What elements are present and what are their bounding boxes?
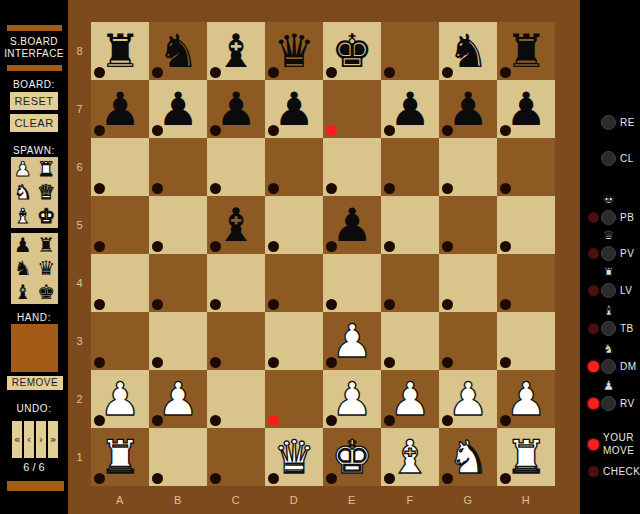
square-b5[interactable]: [149, 196, 207, 254]
indicator-label-dm: DM: [620, 361, 637, 372]
marker-dot: [210, 299, 221, 310]
spawn-black-panel: ♟♜♞♛♝♚: [11, 233, 58, 304]
square-e5[interactable]: ♟: [323, 196, 381, 254]
square-g5[interactable]: [439, 196, 497, 254]
piece-black-pawn[interactable]: ♟: [207, 80, 265, 138]
spawn-white-knight[interactable]: ♞: [11, 181, 35, 205]
piece-white-king[interactable]: ♚: [323, 428, 381, 486]
square-a3[interactable]: [91, 312, 149, 370]
square-e2[interactable]: ♟: [323, 370, 381, 428]
undo-back-button[interactable]: ‹: [24, 421, 34, 458]
square-f8[interactable]: [381, 22, 439, 80]
rv-button[interactable]: [601, 396, 616, 411]
file-label-h: H: [497, 488, 555, 512]
pb-button[interactable]: [601, 210, 616, 225]
rank-label-4: 4: [68, 254, 91, 312]
dm-led: [588, 361, 599, 372]
marker-dot: [268, 241, 279, 252]
square-d6[interactable]: [265, 138, 323, 196]
square-e6[interactable]: [323, 138, 381, 196]
queen-icon: ♛: [601, 229, 616, 243]
piece-black-pawn[interactable]: ♟: [265, 80, 323, 138]
square-b6[interactable]: [149, 138, 207, 196]
square-e7[interactable]: [323, 80, 381, 138]
piece-white-rook[interactable]: ♜: [497, 428, 555, 486]
square-a5[interactable]: [91, 196, 149, 254]
square-g8[interactable]: ♞: [439, 22, 497, 80]
undo-counter: 6 / 6: [0, 461, 68, 473]
marker-dot: [94, 357, 105, 368]
square-f4[interactable]: [381, 254, 439, 312]
square-a8[interactable]: ♜: [91, 22, 149, 80]
piece-white-pawn[interactable]: ♟: [439, 370, 497, 428]
cl-button[interactable]: [601, 151, 616, 166]
board-frame: 87654321 ♜♞♝♛♚♞♜♟♟♟♟♟♟♟♝♟♟♟♟♟♟♟♟♜♛♚♝♞♜ A…: [68, 0, 580, 514]
square-f7[interactable]: ♟: [381, 80, 439, 138]
pawn-icon: ♟: [601, 379, 616, 393]
marker-dot: [152, 473, 163, 484]
indicator-label-re: RE: [620, 117, 635, 128]
square-d5[interactable]: [265, 196, 323, 254]
spawn-black-knight[interactable]: ♞: [11, 257, 35, 281]
square-a7[interactable]: ♟: [91, 80, 149, 138]
clear-button[interactable]: CLEAR: [10, 114, 58, 132]
rank-label-2: 2: [68, 370, 91, 428]
indicator-row-rv: RV: [580, 394, 640, 412]
chess-board: ♜♞♝♛♚♞♜♟♟♟♟♟♟♟♝♟♟♟♟♟♟♟♟♜♛♚♝♞♜: [91, 22, 555, 486]
marker-dot: [442, 183, 453, 194]
square-h3[interactable]: [497, 312, 555, 370]
marker-dot: [94, 241, 105, 252]
square-d4[interactable]: [265, 254, 323, 312]
spawn-black-queen[interactable]: ♛: [35, 257, 59, 281]
spawn-black-bishop[interactable]: ♝: [11, 280, 35, 304]
your-move-led: [588, 439, 599, 450]
piece-black-pawn[interactable]: ♟: [149, 80, 207, 138]
square-h1[interactable]: ♜: [497, 428, 555, 486]
square-b2[interactable]: ♟: [149, 370, 207, 428]
piece-black-knight[interactable]: ♞: [439, 22, 497, 80]
marker-dot: [210, 473, 221, 484]
piece-white-pawn[interactable]: ♟: [381, 370, 439, 428]
divider-bar-bottom: [7, 481, 64, 491]
indicator-label-pb: PB: [620, 212, 634, 223]
marker-dot: [384, 183, 395, 194]
indicator-label-tb: TB: [620, 323, 634, 334]
chess-sandbox-app: S.BOARD INTERFACE BOARD: RESET CLEAR SPA…: [0, 0, 640, 514]
square-f3[interactable]: [381, 312, 439, 370]
file-label-a: A: [91, 488, 149, 512]
square-d7[interactable]: ♟: [265, 80, 323, 138]
square-a1[interactable]: ♜: [91, 428, 149, 486]
spawn-section-label: SPAWN:: [0, 145, 68, 156]
rank-label-8: 8: [68, 22, 91, 80]
piece-black-bishop[interactable]: ♝: [207, 22, 265, 80]
undo-first-button[interactable]: «: [12, 421, 22, 458]
app-title: S.BOARD INTERFACE: [0, 36, 68, 60]
piece-black-pawn[interactable]: ♟: [439, 80, 497, 138]
marker-dot: [152, 183, 163, 194]
lv-button[interactable]: [601, 283, 616, 298]
square-c7[interactable]: ♟: [207, 80, 265, 138]
square-c5[interactable]: ♝: [207, 196, 265, 254]
spawn-white-bishop[interactable]: ♝: [11, 204, 35, 228]
square-g4[interactable]: [439, 254, 497, 312]
indicator-label-pv: PV: [620, 248, 634, 259]
square-c1[interactable]: [207, 428, 265, 486]
piece-white-pawn[interactable]: ♟: [497, 370, 555, 428]
indicator-panel: RECL♚PB♛PV♜LV♝TB♞DM♟RV YOUR MOVE CHECK: [580, 0, 640, 514]
app-title-line1: S.BOARD: [0, 36, 68, 48]
piece-black-king[interactable]: ♚: [323, 22, 381, 80]
re-button[interactable]: [601, 115, 616, 130]
marker-dot: [500, 357, 511, 368]
piece-white-bishop[interactable]: ♝: [381, 428, 439, 486]
square-a6[interactable]: [91, 138, 149, 196]
square-a4[interactable]: [91, 254, 149, 312]
marker-dot: [384, 67, 395, 78]
indicator-label-cl: CL: [620, 153, 634, 164]
app-title-line2: INTERFACE: [0, 48, 68, 60]
square-d3[interactable]: [265, 312, 323, 370]
reset-button[interactable]: RESET: [10, 92, 58, 110]
marker-dot: [210, 183, 221, 194]
piece-black-bishop[interactable]: ♝: [207, 196, 265, 254]
square-h6[interactable]: [497, 138, 555, 196]
red-marker-dot: [268, 415, 279, 426]
remove-button[interactable]: REMOVE: [7, 376, 63, 390]
rv-led: [588, 398, 599, 409]
indicator-row-re: RE: [580, 113, 640, 131]
rank-label-3: 3: [68, 312, 91, 370]
square-c8[interactable]: ♝: [207, 22, 265, 80]
square-g7[interactable]: ♟: [439, 80, 497, 138]
king-icon: ♚: [601, 193, 616, 207]
square-b8[interactable]: ♞: [149, 22, 207, 80]
piece-black-knight[interactable]: ♞: [149, 22, 207, 80]
square-c6[interactable]: [207, 138, 265, 196]
redo-forward-button[interactable]: ›: [36, 421, 46, 458]
square-h7[interactable]: ♟: [497, 80, 555, 138]
square-b7[interactable]: ♟: [149, 80, 207, 138]
file-label-c: C: [207, 488, 265, 512]
rank-label-5: 5: [68, 196, 91, 254]
spawn-white-panel: ♟♜♞♛♝♚: [11, 157, 58, 228]
tb-led: [588, 323, 599, 334]
marker-dot: [152, 241, 163, 252]
spawn-white-pawn[interactable]: ♟: [11, 157, 35, 181]
square-h2[interactable]: ♟: [497, 370, 555, 428]
piece-white-pawn[interactable]: ♟: [323, 370, 381, 428]
rank-label-7: 7: [68, 80, 91, 138]
marker-dot: [326, 299, 337, 310]
marker-dot: [384, 299, 395, 310]
undo-section-label: UNDO:: [0, 403, 68, 414]
divider-bar-top: [7, 25, 62, 31]
marker-dot: [268, 299, 279, 310]
spawn-black-king[interactable]: ♚: [35, 280, 59, 304]
your-move-label: YOUR MOVE: [603, 431, 634, 457]
divider-bar-mid: [7, 65, 62, 71]
redo-last-button[interactable]: »: [48, 421, 58, 458]
marker-dot: [500, 183, 511, 194]
marker-dot: [268, 357, 279, 368]
indicator-row-cl: CL: [580, 149, 640, 167]
pv-button[interactable]: [601, 246, 616, 261]
red-marker-dot: [326, 125, 337, 136]
piece-black-queen[interactable]: ♛: [265, 22, 323, 80]
spawn-white-queen[interactable]: ♛: [35, 181, 59, 205]
square-f2[interactable]: ♟: [381, 370, 439, 428]
rank-label-1: 1: [68, 428, 91, 486]
square-g1[interactable]: ♞: [439, 428, 497, 486]
pb-led: [588, 212, 599, 223]
spawn-white-rook[interactable]: ♜: [35, 157, 59, 181]
marker-dot: [152, 357, 163, 368]
spawn-white-king[interactable]: ♚: [35, 204, 59, 228]
marker-dot: [210, 357, 221, 368]
square-e4[interactable]: [323, 254, 381, 312]
check-led: [588, 466, 599, 477]
square-g2[interactable]: ♟: [439, 370, 497, 428]
square-e8[interactable]: ♚: [323, 22, 381, 80]
marker-dot: [442, 241, 453, 252]
indicator-row-pb: PB: [580, 208, 640, 226]
rook-icon: ♜: [601, 266, 616, 280]
file-label-e: E: [323, 488, 381, 512]
square-g6[interactable]: [439, 138, 497, 196]
file-label-f: F: [381, 488, 439, 512]
piece-black-pawn[interactable]: ♟: [497, 80, 555, 138]
indicator-row-dm: DM: [580, 357, 640, 375]
dm-button[interactable]: [601, 359, 616, 374]
square-c4[interactable]: [207, 254, 265, 312]
undo-controls: « ‹ › »: [12, 421, 60, 458]
square-f1[interactable]: ♝: [381, 428, 439, 486]
piece-white-queen[interactable]: ♛: [265, 428, 323, 486]
check-indicator: CHECK: [580, 462, 640, 480]
square-h5[interactable]: [497, 196, 555, 254]
piece-black-rook[interactable]: ♜: [91, 22, 149, 80]
square-b1[interactable]: [149, 428, 207, 486]
indicator-label-lv: LV: [620, 285, 633, 296]
bishop-icon: ♝: [601, 304, 616, 318]
lv-led: [588, 285, 599, 296]
marker-dot: [384, 357, 395, 368]
hand-section-label: HAND:: [0, 312, 68, 323]
marker-dot: [94, 183, 105, 194]
square-e3[interactable]: ♟: [323, 312, 381, 370]
piece-black-pawn[interactable]: ♟: [323, 196, 381, 254]
square-c3[interactable]: [207, 312, 265, 370]
board-section-label: BOARD:: [0, 79, 68, 90]
your-move-indicator: YOUR MOVE: [580, 430, 640, 458]
piece-white-pawn[interactable]: ♟: [323, 312, 381, 370]
marker-dot: [442, 299, 453, 310]
square-h4[interactable]: [497, 254, 555, 312]
marker-dot: [326, 183, 337, 194]
piece-black-pawn[interactable]: ♟: [91, 80, 149, 138]
rank-label-6: 6: [68, 138, 91, 196]
square-e1[interactable]: ♚: [323, 428, 381, 486]
check-label: CHECK: [603, 465, 640, 478]
indicator-row-tb: TB: [580, 319, 640, 337]
square-c2[interactable]: [207, 370, 265, 428]
marker-dot: [210, 415, 221, 426]
hand-slot[interactable]: [11, 324, 58, 372]
piece-black-pawn[interactable]: ♟: [381, 80, 439, 138]
marker-dot: [268, 183, 279, 194]
square-b4[interactable]: [149, 254, 207, 312]
square-f6[interactable]: [381, 138, 439, 196]
piece-white-rook[interactable]: ♜: [91, 428, 149, 486]
marker-dot: [94, 299, 105, 310]
file-label-d: D: [265, 488, 323, 512]
file-label-b: B: [149, 488, 207, 512]
indicator-row-lv: LV: [580, 281, 640, 299]
square-d8[interactable]: ♛: [265, 22, 323, 80]
file-label-g: G: [439, 488, 497, 512]
square-f5[interactable]: [381, 196, 439, 254]
piece-white-pawn[interactable]: ♟: [149, 370, 207, 428]
spawn-black-pawn[interactable]: ♟: [11, 233, 35, 257]
square-d1[interactable]: ♛: [265, 428, 323, 486]
indicator-row-pv: PV: [580, 244, 640, 262]
tb-button[interactable]: [601, 321, 616, 336]
square-g3[interactable]: [439, 312, 497, 370]
marker-dot: [500, 299, 511, 310]
piece-black-rook[interactable]: ♜: [497, 22, 555, 80]
pv-led: [588, 248, 599, 259]
spawn-black-rook[interactable]: ♜: [35, 233, 59, 257]
knight-icon: ♞: [601, 342, 616, 356]
piece-white-pawn[interactable]: ♟: [91, 370, 149, 428]
marker-dot: [442, 357, 453, 368]
square-b3[interactable]: [149, 312, 207, 370]
square-d2[interactable]: [265, 370, 323, 428]
indicator-label-rv: RV: [620, 398, 635, 409]
square-h8[interactable]: ♜: [497, 22, 555, 80]
marker-dot: [152, 299, 163, 310]
piece-white-knight[interactable]: ♞: [439, 428, 497, 486]
left-control-panel: S.BOARD INTERFACE BOARD: RESET CLEAR SPA…: [0, 0, 68, 514]
square-a2[interactable]: ♟: [91, 370, 149, 428]
marker-dot: [384, 241, 395, 252]
marker-dot: [500, 241, 511, 252]
